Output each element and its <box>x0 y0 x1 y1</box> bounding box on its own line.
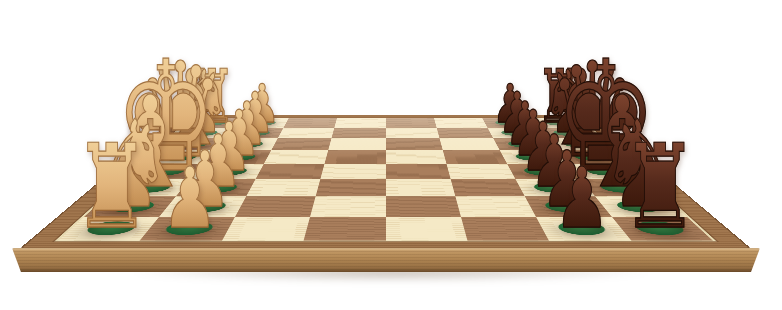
square-g6 <box>455 196 536 216</box>
square-c6 <box>439 138 499 150</box>
square-c2 <box>214 138 278 150</box>
felt-base <box>631 221 690 235</box>
square-a1 <box>181 118 240 128</box>
square-b3 <box>278 128 335 139</box>
square-a3 <box>283 118 337 128</box>
square-g8 <box>595 196 687 216</box>
felt-base <box>543 120 577 126</box>
felt-base <box>81 221 140 235</box>
felt-base <box>207 167 250 176</box>
square-a4 <box>334 118 385 128</box>
felt-base <box>506 141 543 148</box>
chess-board-photo: ♜♟♟♜♞♟♟♞♝♟♟♝♛♟♟♛♚♟♟♚♝♟♟♝♞♟♟♞♜♟♟♜ <box>0 0 782 310</box>
square-f8 <box>581 179 665 197</box>
square-b2 <box>224 128 284 139</box>
square-c4 <box>328 138 385 150</box>
square-a7 <box>482 118 538 128</box>
square-h4 <box>304 217 386 241</box>
felt-base <box>613 200 666 212</box>
felt-base <box>194 182 240 192</box>
square-f6 <box>451 179 526 197</box>
square-g4 <box>310 196 385 216</box>
felt-base <box>551 130 587 136</box>
square-e6 <box>446 164 515 179</box>
felt-base <box>228 141 265 148</box>
square-d8 <box>557 150 629 163</box>
square-b6 <box>437 128 494 139</box>
square-b7 <box>488 128 548 139</box>
square-d3 <box>264 150 329 163</box>
square-h6 <box>461 217 549 241</box>
felt-base <box>218 153 258 161</box>
square-e3 <box>255 164 324 179</box>
square-b8 <box>539 128 602 139</box>
square-a6 <box>434 118 488 128</box>
chess-board <box>18 115 753 250</box>
square-g5 <box>386 196 461 216</box>
square-f3 <box>246 179 321 197</box>
square-b1 <box>170 128 233 139</box>
board-side-edge <box>12 248 760 272</box>
square-a5 <box>386 118 437 128</box>
felt-base <box>143 167 188 176</box>
felt-base <box>171 141 210 148</box>
square-d6 <box>443 150 508 163</box>
felt-base <box>542 200 592 212</box>
square-a8 <box>531 118 590 128</box>
square-c7 <box>493 138 557 150</box>
felt-base <box>494 120 527 126</box>
felt-base <box>531 182 577 192</box>
square-h3 <box>222 217 310 241</box>
square-e8 <box>568 164 646 179</box>
square-b4 <box>332 128 386 139</box>
felt-base <box>161 221 216 235</box>
square-d4 <box>325 150 386 163</box>
square-f2 <box>176 179 255 197</box>
felt-base <box>555 221 610 235</box>
felt-base <box>183 130 219 136</box>
felt-base <box>584 167 629 176</box>
square-d2 <box>203 150 271 163</box>
square-c5 <box>386 138 443 150</box>
square-d5 <box>386 150 447 163</box>
square-e4 <box>320 164 385 179</box>
square-c3 <box>271 138 331 150</box>
square-f5 <box>386 179 456 197</box>
felt-base <box>561 141 600 148</box>
felt-base <box>125 182 174 192</box>
square-e2 <box>190 164 263 179</box>
felt-base <box>194 120 228 126</box>
square-g2 <box>160 196 246 216</box>
felt-base <box>105 200 158 212</box>
felt-base <box>514 153 554 161</box>
square-a2 <box>232 118 288 128</box>
felt-base <box>572 153 614 161</box>
felt-base <box>245 120 278 126</box>
felt-base <box>500 130 535 136</box>
square-f4 <box>316 179 386 197</box>
felt-base <box>158 153 200 161</box>
felt-base <box>522 167 565 176</box>
felt-base <box>179 200 229 212</box>
square-b5 <box>386 128 440 139</box>
square-c8 <box>547 138 614 150</box>
felt-base <box>237 130 272 136</box>
felt-base <box>597 182 646 192</box>
square-g3 <box>235 196 316 216</box>
square-h5 <box>386 217 468 241</box>
board-squares-grid <box>58 118 712 240</box>
square-e5 <box>386 164 451 179</box>
